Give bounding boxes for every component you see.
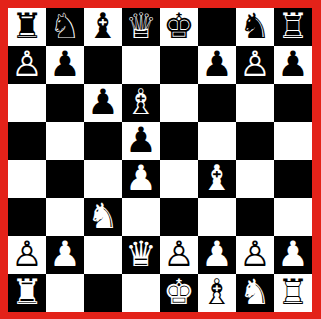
square-c4[interactable] xyxy=(84,160,122,198)
square-g2[interactable]: ♙ xyxy=(236,236,274,274)
white-rook-icon: ♜ xyxy=(11,274,42,311)
black-bishop-icon: ♗ xyxy=(125,84,156,121)
square-h5[interactable] xyxy=(274,122,312,160)
white-queen-icon: ♛ xyxy=(125,236,156,273)
square-b3[interactable] xyxy=(46,198,84,236)
square-f5[interactable] xyxy=(198,122,236,160)
square-a7[interactable]: ♙ xyxy=(8,46,46,84)
square-g8[interactable]: ♞ xyxy=(236,8,274,46)
square-c8[interactable]: ♝ xyxy=(84,8,122,46)
white-bishop-icon: ♗ xyxy=(201,274,232,311)
black-pawn-icon: ♙ xyxy=(11,46,42,83)
square-e7[interactable] xyxy=(160,46,198,84)
square-h4[interactable] xyxy=(274,160,312,198)
square-a4[interactable] xyxy=(8,160,46,198)
black-pawn-icon: ♟ xyxy=(277,46,308,83)
black-pawn-icon: ♙ xyxy=(239,46,270,83)
square-c1[interactable] xyxy=(84,274,122,312)
black-rook-icon: ♖ xyxy=(277,8,308,45)
square-f7[interactable]: ♟ xyxy=(198,46,236,84)
black-knight-icon: ♞ xyxy=(239,8,270,45)
square-b5[interactable] xyxy=(46,122,84,160)
square-f4[interactable]: ♝ xyxy=(198,160,236,198)
square-h1[interactable]: ♖ xyxy=(274,274,312,312)
square-f3[interactable] xyxy=(198,198,236,236)
square-f1[interactable]: ♗ xyxy=(198,274,236,312)
square-h3[interactable] xyxy=(274,198,312,236)
square-d2[interactable]: ♛ xyxy=(122,236,160,274)
square-h7[interactable]: ♟ xyxy=(274,46,312,84)
square-d5[interactable]: ♟ xyxy=(122,122,160,160)
square-a3[interactable] xyxy=(8,198,46,236)
square-h8[interactable]: ♖ xyxy=(274,8,312,46)
square-g3[interactable] xyxy=(236,198,274,236)
square-a1[interactable]: ♜ xyxy=(8,274,46,312)
black-queen-icon: ♕ xyxy=(125,8,156,45)
chess-board: ♜♘♝♕♚♞♖♙♟♟♙♟♟♗♟♟♝♞♙♟♛♙♟♙♟♜♚♗♞♖ xyxy=(8,8,312,312)
white-pawn-icon: ♙ xyxy=(163,236,194,273)
square-b7[interactable]: ♟ xyxy=(46,46,84,84)
square-f6[interactable] xyxy=(198,84,236,122)
white-pawn-icon: ♟ xyxy=(49,236,80,273)
white-pawn-icon: ♟ xyxy=(201,236,232,273)
square-d3[interactable] xyxy=(122,198,160,236)
square-a2[interactable]: ♙ xyxy=(8,236,46,274)
square-g1[interactable]: ♞ xyxy=(236,274,274,312)
square-b2[interactable]: ♟ xyxy=(46,236,84,274)
square-e2[interactable]: ♙ xyxy=(160,236,198,274)
black-knight-icon: ♘ xyxy=(49,8,80,45)
black-pawn-icon: ♟ xyxy=(201,46,232,83)
square-e3[interactable] xyxy=(160,198,198,236)
square-b8[interactable]: ♘ xyxy=(46,8,84,46)
square-e8[interactable]: ♚ xyxy=(160,8,198,46)
square-d8[interactable]: ♕ xyxy=(122,8,160,46)
white-knight-icon: ♞ xyxy=(87,198,118,235)
square-g7[interactable]: ♙ xyxy=(236,46,274,84)
square-b4[interactable] xyxy=(46,160,84,198)
white-king-icon: ♚ xyxy=(163,274,194,311)
black-pawn-icon: ♟ xyxy=(87,84,118,121)
black-pawn-icon: ♟ xyxy=(125,122,156,159)
square-c5[interactable] xyxy=(84,122,122,160)
square-f2[interactable]: ♟ xyxy=(198,236,236,274)
white-pawn-icon: ♙ xyxy=(11,236,42,273)
square-a6[interactable] xyxy=(8,84,46,122)
square-e1[interactable]: ♚ xyxy=(160,274,198,312)
square-g4[interactable] xyxy=(236,160,274,198)
board-frame: ♜♘♝♕♚♞♖♙♟♟♙♟♟♗♟♟♝♞♙♟♛♙♟♙♟♜♚♗♞♖ xyxy=(0,0,321,319)
square-a5[interactable] xyxy=(8,122,46,160)
square-h2[interactable]: ♟ xyxy=(274,236,312,274)
square-g5[interactable] xyxy=(236,122,274,160)
white-pawn-icon: ♙ xyxy=(239,236,270,273)
square-e5[interactable] xyxy=(160,122,198,160)
square-e4[interactable] xyxy=(160,160,198,198)
black-rook-icon: ♜ xyxy=(11,8,42,45)
square-c6[interactable]: ♟ xyxy=(84,84,122,122)
square-d1[interactable] xyxy=(122,274,160,312)
square-c7[interactable] xyxy=(84,46,122,84)
square-f8[interactable] xyxy=(198,8,236,46)
square-c2[interactable] xyxy=(84,236,122,274)
white-rook-icon: ♖ xyxy=(277,274,308,311)
square-e6[interactable] xyxy=(160,84,198,122)
square-d4[interactable]: ♟ xyxy=(122,160,160,198)
black-king-icon: ♚ xyxy=(163,8,194,45)
square-d7[interactable] xyxy=(122,46,160,84)
square-c3[interactable]: ♞ xyxy=(84,198,122,236)
white-pawn-icon: ♟ xyxy=(277,236,308,273)
square-b6[interactable] xyxy=(46,84,84,122)
black-pawn-icon: ♟ xyxy=(49,46,80,83)
square-d6[interactable]: ♗ xyxy=(122,84,160,122)
square-b1[interactable] xyxy=(46,274,84,312)
white-bishop-icon: ♝ xyxy=(201,160,232,197)
black-bishop-icon: ♝ xyxy=(87,8,118,45)
square-a8[interactable]: ♜ xyxy=(8,8,46,46)
white-pawn-icon: ♟ xyxy=(125,160,156,197)
square-h6[interactable] xyxy=(274,84,312,122)
square-g6[interactable] xyxy=(236,84,274,122)
white-knight-icon: ♞ xyxy=(239,274,270,311)
